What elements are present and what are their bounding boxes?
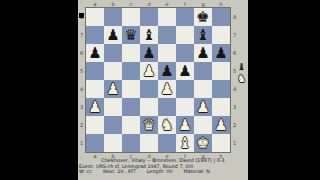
rank-label-1: 1 bbox=[78, 134, 85, 152]
square-d4[interactable] bbox=[140, 80, 158, 98]
black-pawn-e5: ♟ bbox=[158, 62, 176, 80]
square-f5[interactable]: ♟ bbox=[176, 62, 194, 80]
square-g1[interactable]: ♚ bbox=[194, 134, 212, 152]
square-f8[interactable] bbox=[176, 8, 194, 26]
square-c3[interactable] bbox=[122, 98, 140, 116]
square-e7[interactable] bbox=[158, 26, 176, 44]
square-a5[interactable] bbox=[86, 62, 104, 80]
square-c6[interactable] bbox=[122, 44, 140, 62]
white-pawn-a3: ♟ bbox=[86, 98, 104, 116]
square-e4[interactable]: ♟ bbox=[158, 80, 176, 98]
players-result-line: Chekhover, Vitaly -- Bronstein, David (1… bbox=[78, 158, 248, 164]
black-pawn-f5: ♟ bbox=[176, 62, 194, 80]
black-king-g8: ♚ bbox=[194, 8, 212, 26]
square-h7[interactable] bbox=[212, 26, 230, 44]
square-h6[interactable]: ♟ bbox=[212, 44, 230, 62]
black-bishop-d7: ♝ bbox=[140, 26, 158, 44]
white-knight-e2: ♞ bbox=[158, 116, 176, 134]
square-f6[interactable] bbox=[176, 44, 194, 62]
square-f3[interactable] bbox=[176, 98, 194, 116]
square-d1[interactable] bbox=[140, 134, 158, 152]
chess-gui-panel: abcdefgh 87654321 87654321 ♚♟♛♝♝♟♟♟♟♟♟♟♟… bbox=[78, 0, 248, 180]
square-b7[interactable]: ♟ bbox=[104, 26, 122, 44]
file-label-e: e bbox=[158, 1, 176, 7]
square-d3[interactable] bbox=[140, 98, 158, 116]
square-g3[interactable]: ♟ bbox=[194, 98, 212, 116]
square-g7[interactable]: ♝ bbox=[194, 26, 212, 44]
square-g2[interactable] bbox=[194, 116, 212, 134]
square-b5[interactable] bbox=[104, 62, 122, 80]
file-label-c: c bbox=[122, 1, 140, 7]
white-bishop-f1: ♝ bbox=[176, 134, 194, 152]
square-f7[interactable] bbox=[176, 26, 194, 44]
square-d6[interactable]: ♟ bbox=[140, 44, 158, 62]
square-e5[interactable]: ♟ bbox=[158, 62, 176, 80]
status-line: W: ccNext: 29...Kf7Length: 00Material: N bbox=[78, 169, 248, 175]
square-c4[interactable] bbox=[122, 80, 140, 98]
white-pawn-f2: ♟ bbox=[176, 116, 194, 134]
rank-label-4: 4 bbox=[78, 80, 85, 98]
white-pawn-g3: ♟ bbox=[194, 98, 212, 116]
square-e6[interactable] bbox=[158, 44, 176, 62]
rank-label-8: 8 bbox=[231, 8, 238, 26]
square-g6[interactable]: ♟ bbox=[194, 44, 212, 62]
square-a3[interactable]: ♟ bbox=[86, 98, 104, 116]
square-g4[interactable] bbox=[194, 80, 212, 98]
white-knight-material-icon: ♞ bbox=[235, 73, 248, 85]
video-frame: abcdefgh 87654321 87654321 ♚♟♛♝♝♟♟♟♟♟♟♟♟… bbox=[0, 0, 320, 180]
status-item-2: Length: 00 bbox=[147, 169, 173, 174]
black-pawn-h6: ♟ bbox=[212, 44, 230, 62]
rank-label-7: 7 bbox=[78, 26, 85, 44]
square-b6[interactable] bbox=[104, 44, 122, 62]
square-b4[interactable]: ♟ bbox=[104, 80, 122, 98]
square-f2[interactable]: ♟ bbox=[176, 116, 194, 134]
black-to-move-indicator bbox=[79, 13, 84, 18]
rank-label-5: 5 bbox=[78, 62, 85, 80]
square-a7[interactable] bbox=[86, 26, 104, 44]
black-bishop-material-icon: ♝ bbox=[235, 61, 248, 73]
square-h5[interactable] bbox=[212, 62, 230, 80]
rank-label-7: 7 bbox=[231, 26, 238, 44]
rank-label-3: 3 bbox=[78, 98, 85, 116]
square-b2[interactable] bbox=[104, 116, 122, 134]
square-b8[interactable] bbox=[104, 8, 122, 26]
file-label-d: d bbox=[140, 1, 158, 7]
square-d5[interactable]: ♟ bbox=[140, 62, 158, 80]
white-king-g1: ♚ bbox=[194, 134, 212, 152]
square-e3[interactable] bbox=[158, 98, 176, 116]
black-pawn-d6: ♟ bbox=[140, 44, 158, 62]
material-tray: ♝ ♞ bbox=[235, 61, 248, 85]
square-h1[interactable] bbox=[212, 134, 230, 152]
rank-label-2: 2 bbox=[78, 116, 85, 134]
white-pawn-b4: ♟ bbox=[104, 80, 122, 98]
square-c1[interactable] bbox=[122, 134, 140, 152]
square-f4[interactable] bbox=[176, 80, 194, 98]
square-h2[interactable]: ♟ bbox=[212, 116, 230, 134]
square-d7[interactable]: ♝ bbox=[140, 26, 158, 44]
square-d2[interactable]: ♛ bbox=[140, 116, 158, 134]
square-f1[interactable]: ♝ bbox=[176, 134, 194, 152]
square-e2[interactable]: ♞ bbox=[158, 116, 176, 134]
square-b1[interactable] bbox=[104, 134, 122, 152]
white-pawn-d5: ♟ bbox=[140, 62, 158, 80]
file-label-h: h bbox=[212, 1, 230, 7]
status-item-0: W: cc bbox=[79, 169, 92, 174]
black-bishop-g7: ♝ bbox=[194, 26, 212, 44]
square-c7[interactable]: ♛ bbox=[122, 26, 140, 44]
black-pawn-g6: ♟ bbox=[194, 44, 212, 62]
square-c8[interactable] bbox=[122, 8, 140, 26]
white-pawn-e4: ♟ bbox=[158, 80, 176, 98]
rank-label-6: 6 bbox=[231, 44, 238, 62]
black-queen-c7: ♛ bbox=[122, 26, 140, 44]
file-label-b: b bbox=[104, 1, 122, 7]
file-label-a: a bbox=[86, 1, 104, 7]
square-g5[interactable] bbox=[194, 62, 212, 80]
square-b3[interactable] bbox=[104, 98, 122, 116]
black-pawn-a6: ♟ bbox=[86, 44, 104, 62]
white-pawn-h2: ♟ bbox=[212, 116, 230, 134]
square-e8[interactable] bbox=[158, 8, 176, 26]
square-h8[interactable] bbox=[212, 8, 230, 26]
square-a8[interactable] bbox=[86, 8, 104, 26]
square-a6[interactable]: ♟ bbox=[86, 44, 104, 62]
file-label-f: f bbox=[176, 1, 194, 7]
square-g8[interactable]: ♚ bbox=[194, 8, 212, 26]
game-info-panel: Chekhover, Vitaly -- Bronstein, David (1… bbox=[78, 158, 248, 175]
square-h4[interactable] bbox=[212, 80, 230, 98]
rank-labels-left: 87654321 bbox=[78, 8, 85, 152]
square-a1[interactable] bbox=[86, 134, 104, 152]
square-a4[interactable] bbox=[86, 80, 104, 98]
square-h3[interactable] bbox=[212, 98, 230, 116]
file-labels-top: abcdefgh bbox=[86, 1, 230, 7]
board: ♚♟♛♝♝♟♟♟♟♟♟♟♟♟♟♟♛♞♟♟♝♚ bbox=[86, 8, 230, 152]
rank-label-1: 1 bbox=[231, 134, 238, 152]
rank-label-2: 2 bbox=[231, 116, 238, 134]
file-label-g: g bbox=[194, 1, 212, 7]
square-c2[interactable] bbox=[122, 116, 140, 134]
square-c5[interactable] bbox=[122, 62, 140, 80]
black-pawn-b7: ♟ bbox=[104, 26, 122, 44]
status-item-3: Material: N bbox=[184, 169, 210, 174]
white-queen-d2: ♛ bbox=[140, 116, 158, 134]
rank-label-3: 3 bbox=[231, 98, 238, 116]
status-item-1: Next: 29...Kf7 bbox=[103, 169, 136, 174]
square-a2[interactable] bbox=[86, 116, 104, 134]
square-d8[interactable] bbox=[140, 8, 158, 26]
square-e1[interactable] bbox=[158, 134, 176, 152]
rank-label-6: 6 bbox=[78, 44, 85, 62]
